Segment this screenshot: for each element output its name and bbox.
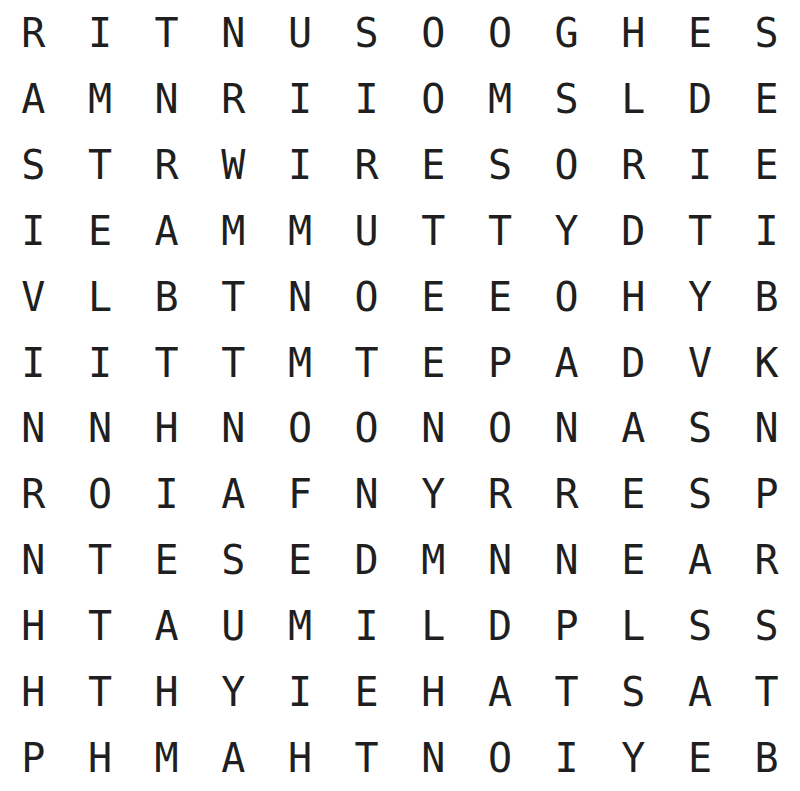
- grid-cell[interactable]: O: [400, 66, 467, 132]
- grid-cell[interactable]: R: [467, 461, 534, 527]
- grid-cell[interactable]: H: [400, 659, 467, 725]
- grid-cell[interactable]: O: [67, 461, 134, 527]
- grid-cell[interactable]: I: [0, 198, 67, 264]
- grid-cell[interactable]: N: [333, 461, 400, 527]
- grid-cell[interactable]: H: [133, 659, 200, 725]
- grid-cell[interactable]: N: [267, 264, 334, 330]
- grid-cell[interactable]: M: [400, 527, 467, 593]
- grid-cell[interactable]: O: [467, 395, 534, 461]
- grid-cell[interactable]: M: [133, 725, 200, 791]
- grid-cell[interactable]: H: [133, 395, 200, 461]
- grid-cell[interactable]: P: [533, 593, 600, 659]
- grid-cell[interactable]: M: [200, 198, 267, 264]
- grid-cell[interactable]: E: [400, 330, 467, 396]
- grid-cell[interactable]: T: [67, 132, 134, 198]
- grid-cell[interactable]: A: [0, 66, 67, 132]
- grid-cell[interactable]: T: [133, 330, 200, 396]
- grid-cell[interactable]: D: [667, 66, 734, 132]
- grid-cell[interactable]: E: [133, 527, 200, 593]
- grid-cell[interactable]: U: [267, 0, 334, 66]
- grid-cell[interactable]: M: [267, 330, 334, 396]
- grid-cell[interactable]: E: [600, 461, 667, 527]
- grid-cell[interactable]: T: [333, 330, 400, 396]
- grid-cell[interactable]: O: [333, 395, 400, 461]
- grid-cell[interactable]: R: [0, 0, 67, 66]
- grid-cell[interactable]: O: [267, 395, 334, 461]
- grid-cell[interactable]: R: [200, 66, 267, 132]
- grid-cell[interactable]: I: [667, 132, 734, 198]
- grid-cell[interactable]: N: [0, 527, 67, 593]
- grid-cell[interactable]: L: [600, 593, 667, 659]
- grid-cell[interactable]: Y: [200, 659, 267, 725]
- grid-cell[interactable]: A: [133, 198, 200, 264]
- grid-cell[interactable]: D: [467, 593, 534, 659]
- grid-cell[interactable]: B: [733, 264, 800, 330]
- grid-cell[interactable]: N: [467, 527, 534, 593]
- grid-cell[interactable]: R: [733, 527, 800, 593]
- grid-cell[interactable]: T: [67, 659, 134, 725]
- grid-cell[interactable]: K: [733, 330, 800, 396]
- grid-cell[interactable]: P: [467, 330, 534, 396]
- grid-cell[interactable]: Y: [400, 461, 467, 527]
- grid-cell[interactable]: M: [467, 66, 534, 132]
- grid-cell[interactable]: T: [67, 593, 134, 659]
- grid-cell[interactable]: Y: [667, 264, 734, 330]
- grid-cell[interactable]: T: [200, 330, 267, 396]
- grid-cell[interactable]: S: [333, 0, 400, 66]
- grid-cell[interactable]: E: [600, 527, 667, 593]
- grid-cell[interactable]: D: [333, 527, 400, 593]
- grid-cell[interactable]: A: [667, 527, 734, 593]
- grid-cell[interactable]: F: [267, 461, 334, 527]
- grid-cell[interactable]: R: [0, 461, 67, 527]
- grid-cell[interactable]: T: [533, 659, 600, 725]
- grid-cell[interactable]: T: [733, 659, 800, 725]
- grid-cell[interactable]: S: [733, 0, 800, 66]
- grid-cell[interactable]: M: [267, 593, 334, 659]
- grid-cell[interactable]: E: [733, 66, 800, 132]
- grid-cell[interactable]: H: [267, 725, 334, 791]
- grid-cell[interactable]: S: [667, 461, 734, 527]
- grid-cell[interactable]: T: [667, 198, 734, 264]
- grid-cell[interactable]: I: [333, 593, 400, 659]
- grid-cell[interactable]: E: [467, 264, 534, 330]
- grid-cell[interactable]: I: [67, 0, 134, 66]
- grid-cell[interactable]: I: [267, 132, 334, 198]
- grid-cell[interactable]: N: [733, 395, 800, 461]
- grid-cell[interactable]: A: [133, 593, 200, 659]
- grid-cell[interactable]: E: [733, 132, 800, 198]
- grid-cell[interactable]: L: [400, 593, 467, 659]
- grid-cell[interactable]: V: [667, 330, 734, 396]
- grid-cell[interactable]: I: [533, 725, 600, 791]
- grid-cell[interactable]: E: [400, 132, 467, 198]
- grid-cell[interactable]: N: [67, 395, 134, 461]
- grid-cell[interactable]: A: [533, 330, 600, 396]
- grid-cell[interactable]: A: [600, 395, 667, 461]
- grid-cell[interactable]: N: [400, 395, 467, 461]
- grid-cell[interactable]: Y: [533, 198, 600, 264]
- grid-cell[interactable]: R: [600, 132, 667, 198]
- grid-cell[interactable]: I: [267, 66, 334, 132]
- grid-cell[interactable]: L: [600, 66, 667, 132]
- grid-cell[interactable]: E: [67, 198, 134, 264]
- grid-cell[interactable]: O: [533, 264, 600, 330]
- grid-cell[interactable]: O: [533, 132, 600, 198]
- grid-cell[interactable]: A: [667, 659, 734, 725]
- grid-cell[interactable]: I: [0, 330, 67, 396]
- grid-cell[interactable]: P: [0, 725, 67, 791]
- grid-cell[interactable]: A: [200, 725, 267, 791]
- grid-cell[interactable]: H: [0, 593, 67, 659]
- grid-cell[interactable]: V: [0, 264, 67, 330]
- grid-cell[interactable]: M: [267, 198, 334, 264]
- grid-cell[interactable]: S: [533, 66, 600, 132]
- grid-cell[interactable]: I: [267, 659, 334, 725]
- grid-cell[interactable]: T: [333, 725, 400, 791]
- grid-cell[interactable]: B: [733, 725, 800, 791]
- grid-cell[interactable]: N: [400, 725, 467, 791]
- grid-cell[interactable]: S: [667, 395, 734, 461]
- grid-cell[interactable]: N: [533, 395, 600, 461]
- grid-cell[interactable]: S: [467, 132, 534, 198]
- grid-cell[interactable]: A: [467, 659, 534, 725]
- word-search-board: RITNUSOOGHESAMNRIIOMSLDESTRWIRESORIEIEAM…: [0, 0, 800, 791]
- grid-cell[interactable]: R: [533, 461, 600, 527]
- grid-cell[interactable]: N: [200, 395, 267, 461]
- grid-cell[interactable]: E: [667, 725, 734, 791]
- grid-cell[interactable]: I: [733, 198, 800, 264]
- grid-cell[interactable]: N: [0, 395, 67, 461]
- grid-cell[interactable]: A: [200, 461, 267, 527]
- grid-cell[interactable]: G: [533, 0, 600, 66]
- grid-cell[interactable]: I: [333, 66, 400, 132]
- grid-cell[interactable]: H: [0, 659, 67, 725]
- grid-cell[interactable]: H: [67, 725, 134, 791]
- grid-cell[interactable]: E: [400, 264, 467, 330]
- grid-cell[interactable]: O: [467, 0, 534, 66]
- grid-cell[interactable]: Y: [600, 725, 667, 791]
- grid-cell[interactable]: P: [733, 461, 800, 527]
- grid-cell[interactable]: O: [333, 264, 400, 330]
- grid-cell[interactable]: U: [200, 593, 267, 659]
- grid-cell[interactable]: S: [200, 527, 267, 593]
- grid-cell[interactable]: U: [333, 198, 400, 264]
- grid-cell[interactable]: S: [0, 132, 67, 198]
- grid-cell[interactable]: T: [467, 198, 534, 264]
- grid-cell[interactable]: I: [67, 330, 134, 396]
- grid-cell[interactable]: S: [733, 593, 800, 659]
- grid-cell[interactable]: L: [67, 264, 134, 330]
- grid-cell[interactable]: T: [200, 264, 267, 330]
- grid-cell[interactable]: R: [133, 132, 200, 198]
- grid-cell[interactable]: O: [400, 0, 467, 66]
- grid-cell[interactable]: I: [133, 461, 200, 527]
- grid-cell[interactable]: D: [600, 330, 667, 396]
- grid-cell[interactable]: B: [133, 264, 200, 330]
- grid-cell[interactable]: R: [333, 132, 400, 198]
- grid-cell[interactable]: N: [133, 66, 200, 132]
- grid-cell[interactable]: E: [333, 659, 400, 725]
- grid-cell[interactable]: M: [67, 66, 134, 132]
- grid-cell[interactable]: T: [133, 0, 200, 66]
- grid-cell[interactable]: S: [667, 593, 734, 659]
- grid-cell[interactable]: E: [667, 0, 734, 66]
- grid-cell[interactable]: T: [400, 198, 467, 264]
- grid-cell[interactable]: H: [600, 264, 667, 330]
- grid-cell[interactable]: W: [200, 132, 267, 198]
- grid-cell[interactable]: O: [467, 725, 534, 791]
- grid-cell[interactable]: N: [200, 0, 267, 66]
- grid-cell[interactable]: S: [600, 659, 667, 725]
- grid-cell[interactable]: T: [67, 527, 134, 593]
- grid-cell[interactable]: D: [600, 198, 667, 264]
- grid-cell[interactable]: E: [267, 527, 334, 593]
- grid-cell[interactable]: N: [533, 527, 600, 593]
- grid-cell[interactable]: H: [600, 0, 667, 66]
